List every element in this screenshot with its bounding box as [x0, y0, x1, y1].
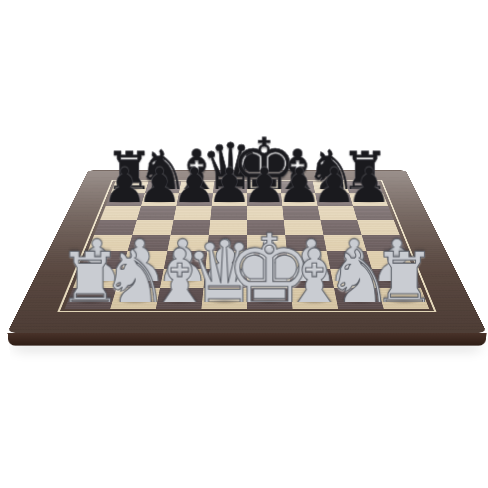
chess-board: ♜♞♝♛♚♝♞♜♟♟♟♟♟♟♟♟♟♟♟♟♟♟♟♟♜♞♝♛♚♝♞♜ [7, 170, 486, 332]
board-face: ♜♞♝♛♚♝♞♜♟♟♟♟♟♟♟♟♟♟♟♟♟♟♟♟♜♞♝♛♚♝♞♜ [7, 170, 486, 332]
piece-white-rook-h1[interactable]: ♜ [378, 288, 430, 309]
board-perspective-wrapper: ♜♞♝♛♚♝♞♜♟♟♟♟♟♟♟♟♟♟♟♟♟♟♟♟♜♞♝♛♚♝♞♜ [56, 44, 438, 426]
scene: ♜♞♝♛♚♝♞♜♟♟♟♟♟♟♟♟♟♟♟♟♟♟♟♟♜♞♝♛♚♝♞♜ [56, 44, 438, 426]
product-photo-background: ♜♞♝♛♚♝♞♜♟♟♟♟♟♟♟♟♟♟♟♟♟♟♟♟♜♞♝♛♚♝♞♜ [0, 0, 488, 488]
white-rook-glyph: ♜ [372, 257, 436, 302]
piece-stand: ♜ [348, 190, 460, 302]
board-side-edge [7, 333, 486, 346]
